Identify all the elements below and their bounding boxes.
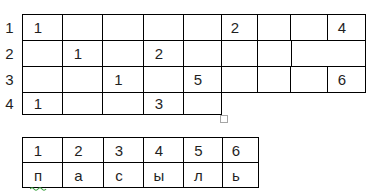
grid-cell[interactable] <box>143 66 184 93</box>
key-letter-cell: ь <box>222 162 259 188</box>
grid-cell[interactable]: 1 <box>22 92 63 115</box>
key-letter-cell: ы <box>143 162 184 188</box>
key-letter-cell: с <box>103 162 144 188</box>
grid-row-2: 1 2 <box>22 40 366 67</box>
key-letter-cell: л <box>183 162 223 188</box>
grid-row-4: 1 3 <box>22 92 366 115</box>
row-label-3: 3 <box>0 66 19 92</box>
key-table: 1 2 3 4 5 6 п а с ы л ь <box>22 137 259 188</box>
grid-cell[interactable] <box>62 14 103 41</box>
grid-cell[interactable] <box>102 40 144 67</box>
grid-cell[interactable] <box>183 40 222 67</box>
row-label-2: 2 <box>0 40 19 66</box>
document-page: 1 2 3 4 1 2 4 1 2 1 <box>0 0 372 192</box>
grid-row-3: 1 5 6 <box>22 66 366 93</box>
grid-cell[interactable] <box>290 66 328 93</box>
key-numbers-row: 1 2 3 4 5 6 <box>22 137 259 163</box>
key-number-cell: 1 <box>22 137 63 163</box>
grid-cell[interactable] <box>22 40 63 67</box>
key-letter-cell: п <box>22 162 63 188</box>
grid-cell[interactable] <box>183 14 222 41</box>
grid-row-1: 1 2 4 <box>22 14 366 41</box>
key-number-cell: 3 <box>103 137 144 163</box>
table-resize-handle[interactable] <box>220 115 228 123</box>
row-label-4: 4 <box>0 92 19 114</box>
grid-cell[interactable]: 1 <box>102 66 144 93</box>
grid-cell[interactable] <box>257 14 291 41</box>
grid-cell[interactable]: 3 <box>143 92 184 115</box>
grid-cell[interactable] <box>62 92 103 115</box>
grid-cell-wide[interactable] <box>291 40 366 67</box>
grid-cell[interactable] <box>257 40 292 67</box>
key-letters-row: п а с ы л ь <box>22 162 259 188</box>
grid-cell[interactable]: 2 <box>143 40 184 67</box>
grid-cell[interactable] <box>143 14 184 41</box>
key-number-cell: 6 <box>222 137 259 163</box>
key-letter-cell: а <box>62 162 104 188</box>
grid-cell[interactable] <box>221 40 258 67</box>
key-number-cell: 5 <box>183 137 223 163</box>
grid-cell[interactable] <box>290 14 328 41</box>
row-label-1: 1 <box>0 14 19 40</box>
grid-cell[interactable] <box>257 66 291 93</box>
grid-cell[interactable] <box>102 14 144 41</box>
grid-cell[interactable]: 6 <box>327 66 366 93</box>
grid-cell[interactable]: 1 <box>22 14 63 41</box>
grid-cell[interactable] <box>22 66 63 93</box>
grid-cell[interactable] <box>183 92 222 115</box>
puzzle-grid: 1 2 4 1 2 1 5 <box>22 14 366 115</box>
key-number-cell: 4 <box>143 137 184 163</box>
key-number-cell: 2 <box>62 137 104 163</box>
grid-cell[interactable] <box>221 66 258 93</box>
grid-cell[interactable]: 1 <box>62 40 103 67</box>
grid-cell[interactable] <box>62 66 103 93</box>
spellcheck-squiggle-icon <box>30 186 47 191</box>
grid-cell[interactable]: 2 <box>221 14 258 41</box>
grid-cell[interactable] <box>102 92 144 115</box>
grid-cell[interactable]: 4 <box>327 14 366 41</box>
grid-cell[interactable]: 5 <box>183 66 222 93</box>
